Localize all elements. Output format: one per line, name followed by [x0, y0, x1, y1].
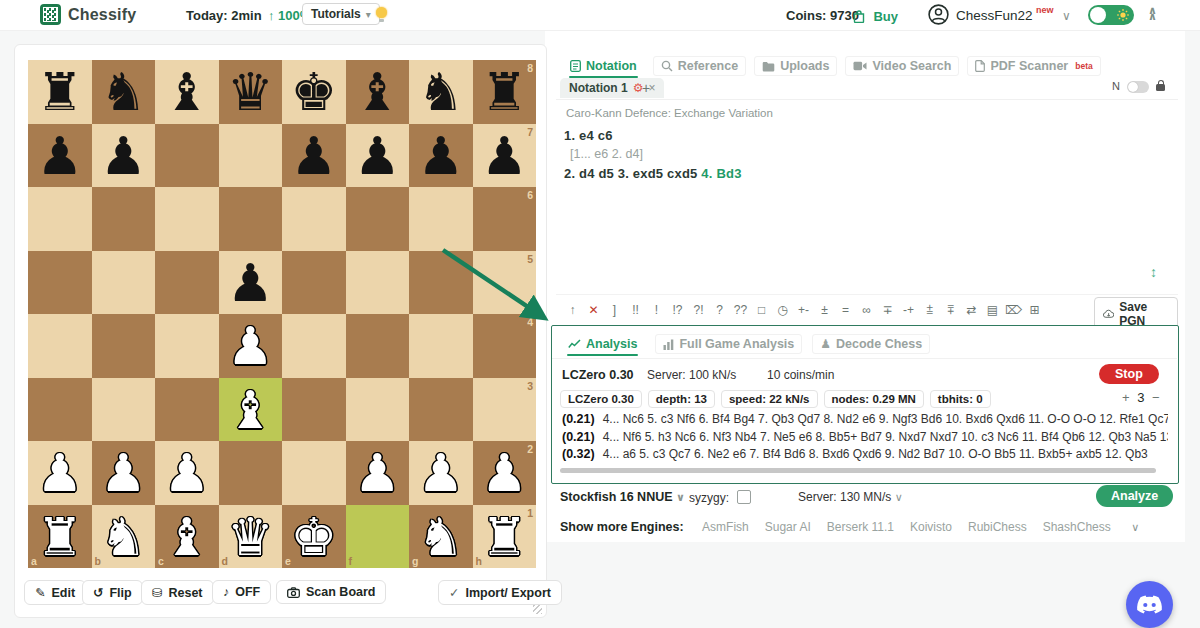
square-g4[interactable]	[409, 314, 473, 378]
lock-icon[interactable]	[1156, 84, 1165, 91]
moves-variation[interactable]: [1... e6 2. d4]	[570, 147, 643, 161]
square-e8[interactable]: ♚	[282, 60, 346, 124]
square-a8[interactable]: ♜	[28, 60, 92, 124]
square-a5[interactable]	[28, 251, 92, 315]
square-e1[interactable]: ♚e	[282, 505, 346, 569]
engine-link-asmfish[interactable]: AsmFish	[702, 520, 749, 534]
square-d3[interactable]: ♝	[219, 378, 283, 442]
analysis-line-1[interactable]: (0.21)4... Nc6 5. c3 Nf6 6. Bf4 Bg4 7. Q…	[562, 411, 1168, 429]
rank-label-2: 2	[527, 443, 533, 455]
analysis-panel: Analysis Full Game Analysis ♟ Decode Che…	[551, 325, 1179, 484]
square-a1[interactable]: ♜a	[28, 505, 92, 569]
square-h5[interactable]: 5	[473, 251, 537, 315]
square-c4[interactable]	[155, 314, 219, 378]
brand-name[interactable]: Chessify	[68, 6, 136, 24]
square-h2[interactable]: ♟2	[473, 441, 537, 505]
add-notation-tab-button[interactable]: +	[642, 80, 650, 96]
white-knight-g1[interactable]: ♞	[409, 505, 473, 569]
line-eval: (0.21)	[562, 430, 595, 444]
file-label-c: c	[158, 555, 164, 567]
annotation-symbol-button[interactable]: ⩱	[940, 303, 961, 317]
notation-toolbar: ↑✕]!!!!??!???□◷+-±=∞∓-+⩲⩱⇄▤⌦⊞	[562, 300, 1045, 318]
square-f3[interactable]	[346, 378, 410, 442]
file-label-f: f	[349, 555, 353, 567]
black-bishop-f8[interactable]: ♝	[346, 60, 410, 124]
chevron-down-icon: ∨	[676, 491, 685, 503]
more-engines-row: Show more Engines: AsmFishSugar AIBerser…	[560, 517, 1139, 535]
black-king-e8[interactable]: ♚	[282, 60, 346, 124]
engine-link-berserk-11-1[interactable]: Berserk 11.1	[827, 520, 894, 534]
avatar[interactable]	[928, 4, 949, 29]
n-toggle-label: N	[1112, 80, 1120, 92]
user-menu-chevron-icon[interactable]: ∨	[1062, 9, 1071, 23]
square-g2[interactable]: ♟	[409, 441, 473, 505]
square-b2[interactable]: ♟	[92, 441, 156, 505]
black-pawn-b7[interactable]: ♟	[92, 124, 156, 188]
annotation-symbol-button[interactable]: ↑	[562, 303, 583, 317]
scan-board-button[interactable]: Scan Board	[276, 580, 386, 604]
sun-icon	[1117, 9, 1129, 21]
square-e6[interactable]	[282, 187, 346, 251]
pencil-icon: ✎	[35, 585, 45, 600]
moves-line-2[interactable]: 2. d4 d5 3. exd5 cxd5 4. Bd3	[564, 166, 742, 181]
engine-stat-chip: nodes: 0.29 MN	[824, 390, 924, 408]
annotation-symbol-button[interactable]: ▤	[982, 303, 1003, 317]
divider	[556, 99, 1178, 100]
engine-bar: Stockfish 16 NNUE ∨ syzygy: Server: 130 …	[551, 484, 1179, 510]
square-f6[interactable]	[346, 187, 410, 251]
annotation-symbol-button[interactable]: ?!	[688, 303, 709, 317]
annotation-symbol-button[interactable]: !?	[667, 303, 688, 317]
square-f4[interactable]	[346, 314, 410, 378]
rank-label-7: 7	[527, 126, 533, 138]
black-knight-g8[interactable]: ♞	[409, 60, 473, 124]
square-b8[interactable]: ♞	[92, 60, 156, 124]
today-usage-label: Today: 2min	[186, 8, 262, 23]
white-king-e1[interactable]: ♚	[282, 505, 346, 569]
notation-panel: Notation Reference Uploads Video Search …	[556, 52, 1178, 318]
folder-icon	[762, 61, 775, 72]
tab-uploads[interactable]: Uploads	[754, 56, 837, 76]
buy-coins-button[interactable]: Buy	[853, 7, 898, 25]
square-d7[interactable]	[219, 124, 283, 188]
video-camera-icon	[853, 61, 867, 71]
engine-stat-chip: LCZero 0.30	[560, 390, 642, 408]
square-h8[interactable]: ♜8	[473, 60, 537, 124]
beta-badge: beta	[1075, 61, 1092, 71]
line-chart-icon	[568, 339, 581, 349]
white-knight-b1[interactable]: ♞	[92, 505, 156, 569]
black-pawn-g7[interactable]: ♟	[409, 124, 473, 188]
square-c8[interactable]: ♝	[155, 60, 219, 124]
white-queen-d1[interactable]: ♛	[219, 505, 283, 569]
black-bishop-c8[interactable]: ♝	[155, 60, 219, 124]
square-g7[interactable]: ♟	[409, 124, 473, 188]
square-e7[interactable]: ♟	[282, 124, 346, 188]
rank-label-5: 5	[527, 253, 533, 265]
square-h1[interactable]: ♜1h	[473, 505, 537, 569]
tab-full-game-analysis[interactable]: Full Game Analysis	[655, 334, 802, 354]
square-d8[interactable]: ♛	[219, 60, 283, 124]
current-move[interactable]: 4. Bd3	[701, 166, 741, 181]
tab-decode-chess[interactable]: ♟ Decode Chess	[812, 334, 930, 354]
engine-stat-chip: depth: 13	[648, 390, 715, 408]
username[interactable]: ChessFun22	[956, 8, 1033, 23]
annotation-symbol-button[interactable]: ⌦	[1003, 303, 1024, 317]
white-rook-a1[interactable]: ♜	[28, 505, 92, 569]
more-engines-label: Show more Engines:	[560, 520, 684, 534]
file-label-d: d	[222, 555, 228, 567]
annotation-symbol-button[interactable]: ⊞	[1024, 303, 1045, 317]
multipv-minus-button[interactable]: −	[1152, 390, 1160, 405]
square-c7[interactable]	[155, 124, 219, 188]
square-f1[interactable]: f	[346, 505, 410, 569]
divider	[552, 358, 1177, 359]
square-c5[interactable]	[155, 251, 219, 315]
square-e3[interactable]	[282, 378, 346, 442]
reset-board-button[interactable]: ⛁Reset	[141, 580, 214, 605]
collapse-header-button[interactable]: ∧∧	[1148, 7, 1157, 19]
pawn-icon: ♟	[820, 337, 831, 351]
white-pawn-c2[interactable]: ♟	[155, 441, 219, 505]
chevron-down-icon[interactable]: ∨	[1131, 521, 1139, 533]
line-moves[interactable]: 4... a6 5. c3 Qc7 6. Ne2 e6 7. Bf4 Bd6 8…	[603, 447, 1148, 461]
square-h6[interactable]: 6	[473, 187, 537, 251]
tab-pdf-scanner[interactable]: PDF Scannerbeta	[967, 56, 1100, 76]
engine-link-koivisto[interactable]: Koivisto	[910, 520, 952, 534]
sound-toggle-button[interactable]: ♪OFF	[212, 580, 271, 604]
annotation-symbol-button[interactable]: -+	[898, 303, 919, 317]
rank-label-4: 4	[527, 316, 533, 328]
analysis-line-3[interactable]: (0.32)4... a6 5. c3 Qc7 6. Ne2 e6 7. Bf4…	[562, 446, 1168, 464]
square-f5[interactable]	[346, 251, 410, 315]
top-header: Chessify Today: 2min ↑ 100% Tutorials▾ C…	[0, 0, 1200, 31]
chessify-logo-icon[interactable]	[40, 4, 61, 25]
notation-tabs: Notation Reference Uploads Video Search …	[562, 56, 1184, 76]
rank-label-3: 3	[527, 380, 533, 392]
divider	[556, 294, 1178, 295]
line-moves[interactable]: 4... Nf6 5. h3 Nc6 6. Nf3 Nb4 7. Ne5 e6 …	[603, 430, 1168, 444]
annotation-symbol-button[interactable]: ±	[814, 303, 835, 317]
square-b6[interactable]	[92, 187, 156, 251]
square-c2[interactable]: ♟	[155, 441, 219, 505]
square-g5[interactable]	[409, 251, 473, 315]
square-d5[interactable]: ♟	[219, 251, 283, 315]
server-speed: Server: 100 kN/s	[647, 368, 736, 382]
annotation-symbol-button[interactable]: !	[646, 303, 667, 317]
chevron-down-icon: ∨	[895, 491, 903, 503]
square-h7[interactable]: ♟7	[473, 124, 537, 188]
square-d6[interactable]	[219, 187, 283, 251]
square-g1[interactable]: ♞g	[409, 505, 473, 569]
multipv-count: 3	[1137, 390, 1144, 405]
square-f7[interactable]: ♟	[346, 124, 410, 188]
engine-link-shashchess[interactable]: ShashChess	[1043, 520, 1111, 534]
square-d2[interactable]	[219, 441, 283, 505]
edit-board-button[interactable]: ✎Edit	[24, 580, 86, 605]
tutorials-dropdown[interactable]: Tutorials▾	[302, 3, 380, 25]
white-pawn-f2[interactable]: ♟	[346, 441, 410, 505]
square-e4[interactable]	[282, 314, 346, 378]
square-h4[interactable]: 4	[473, 314, 537, 378]
square-a3[interactable]	[28, 378, 92, 442]
white-pawn-g2[interactable]: ♟	[409, 441, 473, 505]
n-toggle[interactable]	[1127, 81, 1149, 93]
bar-chart-icon	[663, 339, 674, 350]
square-b1[interactable]: ♞b	[92, 505, 156, 569]
square-a4[interactable]	[28, 314, 92, 378]
square-b4[interactable]	[92, 314, 156, 378]
analysis-tabs: Analysis Full Game Analysis ♟ Decode Che…	[560, 334, 930, 354]
opening-name: Caro-Kann Defence: Exchange Variation	[566, 107, 773, 119]
square-a7[interactable]: ♟	[28, 124, 92, 188]
coins-balance: Coins: 9730	[786, 8, 859, 23]
annotation-symbol-button[interactable]: ??	[730, 303, 751, 317]
black-queen-d8[interactable]: ♛	[219, 60, 283, 124]
theme-toggle[interactable]	[1088, 5, 1134, 25]
square-h3[interactable]: 3	[473, 378, 537, 442]
black-pawn-a7[interactable]: ♟	[28, 124, 92, 188]
white-bishop-c1[interactable]: ♝	[155, 505, 219, 569]
user-avatar-icon	[928, 4, 949, 25]
square-d4[interactable]: ♟	[219, 314, 283, 378]
square-g6[interactable]	[409, 187, 473, 251]
square-c1[interactable]: ♝c	[155, 505, 219, 569]
line-moves[interactable]: 4... Nc6 5. c3 Nf6 6. Bf4 Bg4 7. Qb3 Qd7…	[603, 412, 1168, 426]
flip-icon: ↺	[93, 585, 103, 600]
hint-bulb-icon[interactable]	[376, 7, 387, 22]
annotation-symbol-button[interactable]: ]	[604, 303, 625, 317]
engine-link-sugar-ai[interactable]: Sugar AI	[765, 520, 811, 534]
notation-doc-icon	[570, 60, 581, 72]
engine-link-rubichess[interactable]: RubiChess	[968, 520, 1027, 534]
file-label-e: e	[285, 555, 291, 567]
flip-board-button[interactable]: ↺Flip	[82, 580, 143, 605]
white-pawn-d4[interactable]: ♟	[219, 314, 283, 378]
annotation-symbol-button[interactable]: ✕	[583, 303, 604, 317]
chevron-down-icon: ▾	[366, 9, 371, 20]
annotation-symbol-button[interactable]: ∞	[856, 303, 877, 317]
resize-vertical-icon[interactable]: ↕	[1150, 264, 1157, 280]
syzygy-checkbox[interactable]	[737, 490, 751, 504]
check-icon: ✓	[449, 585, 459, 600]
black-pawn-f7[interactable]: ♟	[346, 124, 410, 188]
white-pawn-b2[interactable]: ♟	[92, 441, 156, 505]
line-eval: (0.32)	[562, 447, 595, 461]
analysis-line-2[interactable]: (0.21)4... Nf6 5. h3 Nc6 6. Nf3 Nb4 7. N…	[562, 429, 1168, 447]
resize-handle[interactable]	[533, 605, 542, 614]
shopping-bag-icon	[853, 10, 865, 23]
file-label-b: b	[95, 555, 101, 567]
rank-label-1: 1	[527, 507, 533, 519]
pdf-file-icon	[975, 60, 985, 72]
annotation-symbol-button[interactable]: ?	[709, 303, 730, 317]
tab-notation[interactable]: Notation	[562, 56, 645, 76]
engine-stats-row: LCZero 0.30depth: 13speed: 22 kN/snodes:…	[560, 389, 997, 408]
chess-board[interactable]: ♜♞♝♛♚♝♞♜8♟♟♟♟♟♟76♟5♟4♝3♟♟♟♟♟♟2♜a♞b♝c♛d♚e…	[28, 60, 536, 568]
user-new-badge: new	[1036, 5, 1054, 15]
analysis-lines: (0.21)4... Nc6 5. c3 Nf6 6. Bf4 Bg4 7. Q…	[562, 411, 1168, 464]
tab-reference[interactable]: Reference	[653, 56, 746, 76]
square-b7[interactable]: ♟	[92, 124, 156, 188]
tab-analysis[interactable]: Analysis	[560, 334, 645, 354]
annotation-symbol-button[interactable]: +-	[793, 303, 814, 317]
annotation-symbol-button[interactable]: □	[751, 303, 772, 317]
discord-icon	[1136, 595, 1163, 615]
cloud-download-icon	[1103, 309, 1114, 319]
search-icon	[661, 60, 673, 72]
black-knight-b8[interactable]: ♞	[92, 60, 156, 124]
line-eval: (0.21)	[562, 412, 595, 426]
engine-stat-chip: tbhits: 0	[930, 390, 991, 408]
square-b5[interactable]	[92, 251, 156, 315]
file-label-h: h	[476, 555, 482, 567]
square-c6[interactable]	[155, 187, 219, 251]
square-f2[interactable]: ♟	[346, 441, 410, 505]
annotation-symbol-button[interactable]: ⩲	[919, 303, 940, 317]
annotation-symbol-button[interactable]: !!	[625, 303, 646, 317]
file-label-g: g	[412, 555, 418, 567]
annotation-symbol-button[interactable]: ∓	[877, 303, 898, 317]
rank-label-6: 6	[527, 189, 533, 201]
black-pawn-d5[interactable]: ♟	[219, 251, 283, 315]
square-d1[interactable]: ♛d	[219, 505, 283, 569]
engine-select[interactable]: Stockfish 16 NNUE ∨	[560, 490, 685, 504]
square-f8[interactable]: ♝	[346, 60, 410, 124]
square-a6[interactable]	[28, 187, 92, 251]
analyze-button[interactable]: Analyze	[1096, 485, 1173, 507]
camera-icon	[287, 587, 300, 598]
square-e5[interactable]	[282, 251, 346, 315]
music-note-icon: ♪	[223, 585, 229, 599]
square-b3[interactable]	[92, 378, 156, 442]
square-c3[interactable]	[155, 378, 219, 442]
file-label-a: a	[31, 555, 37, 567]
notation-n-toggle-group: N	[1112, 80, 1165, 93]
black-rook-a8[interactable]: ♜	[28, 60, 92, 124]
white-bishop-d3[interactable]: ♝	[219, 378, 283, 442]
square-a2[interactable]: ♟	[28, 441, 92, 505]
stop-button[interactable]: Stop	[1099, 364, 1159, 384]
annotation-symbol-button[interactable]: =	[835, 303, 856, 317]
white-pawn-a2[interactable]: ♟	[28, 441, 92, 505]
rank-label-8: 8	[527, 62, 533, 74]
import-export-button[interactable]: ✓Import/ Export	[438, 580, 562, 605]
multipv-controls: + 3 −	[1122, 390, 1160, 405]
layers-icon: ⛁	[152, 585, 162, 600]
annotation-symbol-button[interactable]: ◷	[772, 303, 793, 317]
black-pawn-e7[interactable]: ♟	[282, 124, 346, 188]
running-engine-name: LCZero 0.30	[562, 368, 634, 382]
annotation-symbol-button[interactable]: ⇄	[961, 303, 982, 317]
square-e2[interactable]	[282, 441, 346, 505]
tab-video-search[interactable]: Video Search	[845, 56, 959, 76]
horizontal-scrollbar[interactable]	[560, 468, 1156, 473]
server-select[interactable]: Server: 130 MN/s ∨	[798, 490, 903, 504]
coins-rate: 10 coins/min	[767, 368, 834, 382]
multipv-plus-button[interactable]: +	[1122, 390, 1130, 405]
syzygy-option: syzygy:	[689, 490, 751, 505]
more-engines-list: AsmFishSugar AIBerserk 11.1KoivistoRubiC…	[702, 517, 1127, 534]
moves-line-1[interactable]: 1. e4 c6	[564, 128, 613, 143]
discord-chat-button[interactable]	[1126, 581, 1173, 628]
square-g3[interactable]	[409, 378, 473, 442]
square-g8[interactable]: ♞	[409, 60, 473, 124]
engine-stat-chip: speed: 22 kN/s	[721, 390, 818, 408]
